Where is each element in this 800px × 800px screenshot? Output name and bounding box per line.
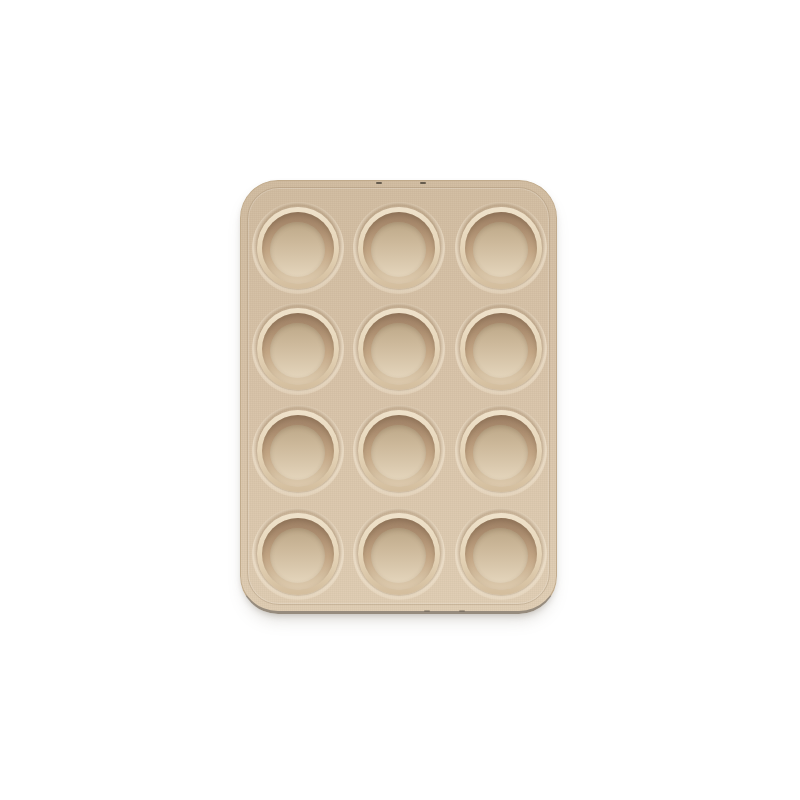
muffin-pan xyxy=(240,180,557,614)
cup-bottom xyxy=(371,323,426,378)
cup-bottom xyxy=(473,323,528,378)
cup-bottom xyxy=(270,425,325,480)
cup-bottom xyxy=(371,425,426,480)
muffin-cup-4 xyxy=(252,303,344,395)
cup-bottom xyxy=(371,222,426,277)
muffin-cup-5 xyxy=(353,303,445,395)
pan-seam-mark xyxy=(420,182,426,184)
pan-seam-mark xyxy=(424,610,430,612)
muffin-cup-3 xyxy=(455,202,547,294)
muffin-cup-6 xyxy=(455,303,547,395)
product-photo: 12-cup champagne gold non-stick muffin b… xyxy=(0,0,800,800)
cup-bottom xyxy=(473,425,528,480)
muffin-cup-7 xyxy=(252,405,344,497)
muffin-cup-11 xyxy=(353,508,445,600)
pan-seam-mark xyxy=(459,610,465,612)
muffin-cup-1 xyxy=(252,202,344,294)
muffin-cup-12 xyxy=(455,508,547,600)
background: { "scene": { "type": "product-photo", "d… xyxy=(0,0,800,800)
cup-bottom xyxy=(270,323,325,378)
muffin-cup-9 xyxy=(455,405,547,497)
muffin-cup-2 xyxy=(353,202,445,294)
pan-seam-mark xyxy=(376,182,382,184)
cup-bottom xyxy=(473,528,528,583)
muffin-cup-8 xyxy=(353,405,445,497)
cup-bottom xyxy=(371,528,426,583)
muffin-cup-10 xyxy=(252,508,344,600)
cup-bottom xyxy=(270,222,325,277)
cup-bottom xyxy=(270,528,325,583)
cup-bottom xyxy=(473,222,528,277)
